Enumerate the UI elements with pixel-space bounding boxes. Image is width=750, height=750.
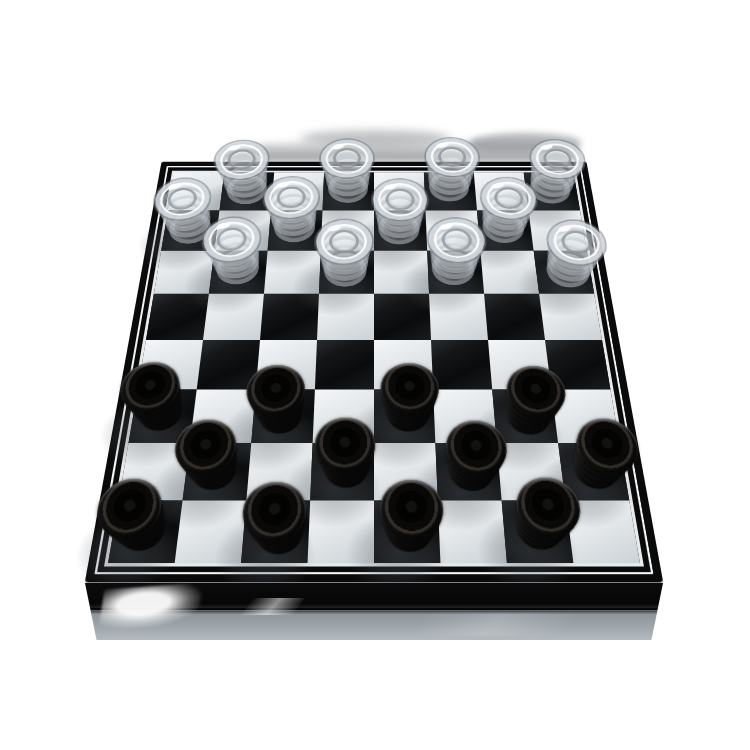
- dark-square-30[interactable]: ⛂: [241, 501, 310, 563]
- dark-square-8[interactable]: ⛀: [477, 210, 534, 250]
- gloss-reflection: [99, 583, 204, 631]
- glass-rim-top: [320, 139, 373, 177]
- glass-inner-rim: [215, 227, 248, 250]
- glass-inner-rim: [385, 188, 414, 210]
- black-glass-piece[interactable]: ⛂: [380, 391, 436, 440]
- clear-glass-piece[interactable]: ⛀: [539, 254, 594, 293]
- black-glass-piece[interactable]: ⛂: [497, 394, 557, 443]
- clear-glass-piece[interactable]: ⛀: [427, 252, 479, 291]
- dark-square-9[interactable]: ⛀: [209, 251, 268, 294]
- clear-glass-piece[interactable]: ⛀: [211, 251, 265, 290]
- clear-glass-piece[interactable]: ⛀: [374, 214, 423, 251]
- clear-glass-piece[interactable]: ⛀: [477, 212, 529, 249]
- black-glass-piece[interactable]: ⛂: [317, 443, 375, 495]
- product-photo-scene: ⛀⛀⛀⛀⛀⛀⛀⛀⛀⛀⛀⛀⛂⛂⛂⛂⛂⛂⛂⛂⛂⛂⛂⛂: [0, 0, 750, 750]
- dark-square-6[interactable]: ⛀: [268, 210, 323, 250]
- dark-square-3[interactable]: ⛀: [424, 173, 477, 211]
- gloss-reflection: [414, 613, 577, 636]
- glass-inner-rim: [542, 149, 573, 169]
- glass-inner-rim: [441, 228, 472, 251]
- black-glass-piece[interactable]: ⛂: [506, 501, 571, 558]
- dark-square-23[interactable]: ⛂: [374, 390, 435, 443]
- dark-square-10[interactable]: ⛀: [319, 251, 374, 294]
- black-glass-piece[interactable]: ⛂: [379, 503, 440, 560]
- glass-rim-top: [313, 417, 374, 472]
- glass-rim-top: [425, 138, 480, 176]
- black-glass-piece[interactable]: ⛂: [182, 445, 245, 498]
- clear-glass-piece[interactable]: ⛀: [424, 173, 472, 207]
- black-glass-piece[interactable]: ⛂: [251, 393, 309, 442]
- clear-glass-piece[interactable]: ⛀: [319, 253, 369, 292]
- glass-inner-rim: [166, 188, 198, 210]
- glass-inner-rim: [328, 230, 358, 253]
- black-glass-piece[interactable]: ⛂: [248, 505, 311, 562]
- checkers-board: ⛀⛀⛀⛀⛀⛀⛀⛀⛀⛀⛀⛀⛂⛂⛂⛂⛂⛂⛂⛂⛂⛂⛂⛂: [129, 95, 619, 585]
- glass-inner-rim: [559, 230, 593, 253]
- glass-rim-top: [373, 179, 428, 220]
- glass-inner-rim: [226, 149, 256, 169]
- glass-inner-rim: [493, 187, 524, 209]
- dark-square-11[interactable]: ⛀: [427, 251, 484, 294]
- gloss-reflection: [241, 598, 305, 615]
- glass-rim-top: [315, 220, 372, 263]
- dark-square-2[interactable]: ⛀: [323, 173, 374, 211]
- dark-square-27[interactable]: ⛂: [435, 443, 501, 501]
- dark-square-7[interactable]: ⛀: [374, 210, 427, 250]
- dark-square-26[interactable]: ⛂: [310, 443, 374, 501]
- box-front-face: [85, 583, 663, 640]
- clear-glass-piece[interactable]: ⛀: [324, 174, 371, 208]
- glass-inner-rim: [275, 186, 305, 208]
- clear-glass-piece[interactable]: ⛀: [269, 211, 319, 248]
- glass-inner-rim: [437, 147, 466, 167]
- glass-inner-rim: [332, 148, 360, 168]
- black-glass-piece[interactable]: ⛂: [440, 446, 501, 499]
- dark-square-31[interactable]: ⛂: [374, 501, 440, 563]
- board-top-surface: ⛀⛀⛀⛀⛀⛀⛀⛀⛀⛀⛀⛀⛂⛂⛂⛂⛂⛂⛂⛂⛂⛂⛂⛂: [85, 162, 664, 583]
